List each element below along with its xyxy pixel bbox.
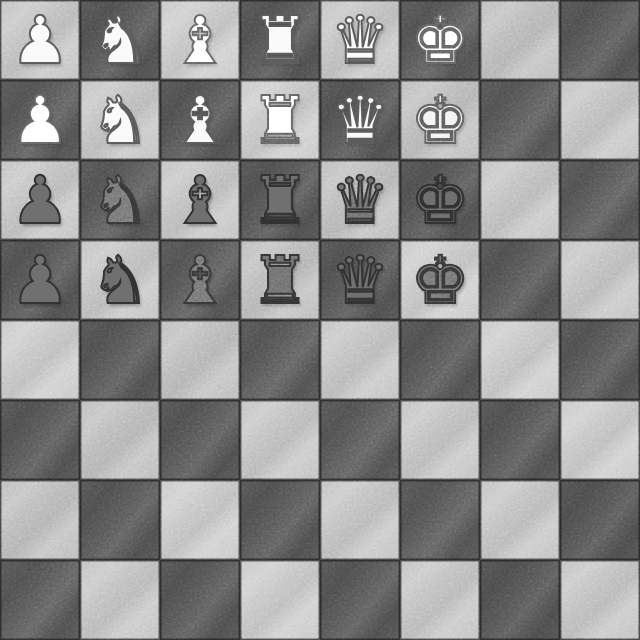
square-g1[interactable] [480,560,560,640]
square-a4[interactable] [0,320,80,400]
square-a5[interactable]: ♟ [0,240,80,320]
square-h5[interactable] [560,240,640,320]
square-e8[interactable]: ♛ [320,0,400,80]
square-g5[interactable] [480,240,560,320]
square-g2[interactable] [480,480,560,560]
square-f7[interactable]: ♚ [400,80,480,160]
black-pawn: ♟ [10,241,69,321]
square-c2[interactable] [160,480,240,560]
square-c3[interactable] [160,400,240,480]
black-rook: ♜ [250,241,309,321]
square-a8[interactable]: ♟ [0,0,80,80]
black-queen: ♛ [330,161,389,241]
white-king: ♚ [410,81,469,161]
square-f3[interactable] [400,400,480,480]
white-knight: ♞ [90,1,149,81]
square-d8[interactable]: ♜ [240,0,320,80]
black-bishop: ♝ [170,241,229,321]
black-king: ♚ [410,161,469,241]
black-knight: ♞ [90,241,149,321]
square-d2[interactable] [240,480,320,560]
white-pawn: ♟ [10,1,69,81]
square-h1[interactable] [560,560,640,640]
square-b2[interactable] [80,480,160,560]
white-rook: ♜ [250,1,309,81]
square-b1[interactable] [80,560,160,640]
square-h3[interactable] [560,400,640,480]
square-f6[interactable]: ♚ [400,160,480,240]
square-e6[interactable]: ♛ [320,160,400,240]
square-e1[interactable] [320,560,400,640]
square-e4[interactable] [320,320,400,400]
square-e2[interactable] [320,480,400,560]
black-rook: ♜ [250,161,309,241]
white-bishop: ♝ [170,1,229,81]
square-g8[interactable] [480,0,560,80]
square-d4[interactable] [240,320,320,400]
square-e7[interactable]: ♛ [320,80,400,160]
square-h4[interactable] [560,320,640,400]
square-b3[interactable] [80,400,160,480]
square-c4[interactable] [160,320,240,400]
square-d6[interactable]: ♜ [240,160,320,240]
black-pawn: ♟ [10,161,69,241]
square-g4[interactable] [480,320,560,400]
chess-board: ♟♞♝♜♛♚♟♞♝♜♛♚♟♞♝♜♛♚♟♞♝♜♛♚ [0,0,640,640]
square-c5[interactable]: ♝ [160,240,240,320]
black-king: ♚ [410,241,469,321]
square-h2[interactable] [560,480,640,560]
white-queen: ♛ [330,81,389,161]
square-g7[interactable] [480,80,560,160]
square-c7[interactable]: ♝ [160,80,240,160]
square-b4[interactable] [80,320,160,400]
square-h8[interactable] [560,0,640,80]
black-bishop: ♝ [170,161,229,241]
square-e5[interactable]: ♛ [320,240,400,320]
square-f8[interactable]: ♚ [400,0,480,80]
square-a6[interactable]: ♟ [0,160,80,240]
white-knight: ♞ [90,81,149,161]
square-a2[interactable] [0,480,80,560]
square-f4[interactable] [400,320,480,400]
black-knight: ♞ [90,161,149,241]
square-d5[interactable]: ♜ [240,240,320,320]
white-bishop: ♝ [170,81,229,161]
square-b8[interactable]: ♞ [80,0,160,80]
square-h7[interactable] [560,80,640,160]
white-rook: ♜ [250,81,309,161]
square-h6[interactable] [560,160,640,240]
square-d7[interactable]: ♜ [240,80,320,160]
board-area: ♟♞♝♜♛♚♟♞♝♜♛♚♟♞♝♜♛♚♟♞♝♜♛♚ [0,0,640,640]
white-king: ♚ [410,1,469,81]
square-d1[interactable] [240,560,320,640]
square-f2[interactable] [400,480,480,560]
white-queen: ♛ [330,1,389,81]
square-a1[interactable] [0,560,80,640]
square-b5[interactable]: ♞ [80,240,160,320]
square-g6[interactable] [480,160,560,240]
white-pawn: ♟ [10,81,69,161]
square-c8[interactable]: ♝ [160,0,240,80]
square-f5[interactable]: ♚ [400,240,480,320]
square-d3[interactable] [240,400,320,480]
black-queen: ♛ [330,241,389,321]
square-g3[interactable] [480,400,560,480]
square-a7[interactable]: ♟ [0,80,80,160]
square-b6[interactable]: ♞ [80,160,160,240]
square-e3[interactable] [320,400,400,480]
square-c1[interactable] [160,560,240,640]
square-a3[interactable] [0,400,80,480]
square-f1[interactable] [400,560,480,640]
square-b7[interactable]: ♞ [80,80,160,160]
square-c6[interactable]: ♝ [160,160,240,240]
